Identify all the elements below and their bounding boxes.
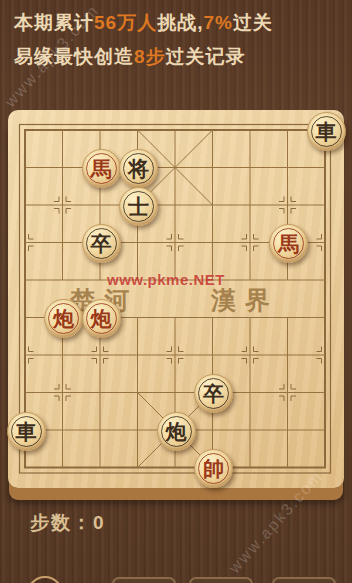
piece-red-cannon-2[interactable]: 炮 <box>82 299 121 338</box>
watermark-red: www.pkme.NET <box>107 271 225 288</box>
action-button-1[interactable] <box>112 577 176 583</box>
piece-glyph: 卒 <box>91 233 112 254</box>
piece-red-horse-1[interactable]: 馬 <box>82 149 121 188</box>
piece-black-cannon[interactable]: 炮 <box>157 412 196 451</box>
piece-glyph: 炮 <box>166 421 187 442</box>
piece-glyph: 車 <box>316 121 337 142</box>
piece-black-general[interactable]: 将 <box>119 149 158 188</box>
piece-glyph: 馬 <box>278 233 299 254</box>
piece-black-advisor[interactable]: 士 <box>119 187 158 226</box>
header-line-1: 本期累计56万人挑战,7%过关 <box>14 6 273 40</box>
step-counter: 步数：0 <box>30 510 106 536</box>
xiangqi-board[interactable]: 楚河 漢界 車馬将士卒馬炮炮卒車炮帥 <box>8 110 344 488</box>
app-screen: 本期累计56万人挑战,7%过关 易缘最快创造8步过关记录 楚河 漢界 車馬将士卒… <box>0 0 352 583</box>
piece-glyph: 炮 <box>53 308 74 329</box>
hint-circle-button[interactable] <box>27 576 63 583</box>
piece-black-soldier-2[interactable]: 卒 <box>194 374 233 413</box>
piece-glyph: 卒 <box>203 383 224 404</box>
piece-glyph: 将 <box>128 158 149 179</box>
piece-red-cannon-1[interactable]: 炮 <box>44 299 83 338</box>
piece-red-general[interactable]: 帥 <box>194 449 233 488</box>
piece-black-chariot-2[interactable]: 車 <box>7 412 46 451</box>
piece-red-horse-2[interactable]: 馬 <box>269 224 308 263</box>
piece-glyph: 馬 <box>91 158 112 179</box>
piece-glyph: 士 <box>128 196 149 217</box>
piece-glyph: 炮 <box>91 308 112 329</box>
step-count-value: 0 <box>93 512 106 533</box>
piece-black-soldier-1[interactable]: 卒 <box>82 224 121 263</box>
piece-black-chariot-1[interactable]: 車 <box>307 112 346 151</box>
action-button-2[interactable] <box>189 577 253 583</box>
action-button-3[interactable] <box>272 577 336 583</box>
piece-glyph: 車 <box>16 421 37 442</box>
river-label-right: 漢界 <box>211 284 279 317</box>
piece-glyph: 帥 <box>203 458 224 479</box>
